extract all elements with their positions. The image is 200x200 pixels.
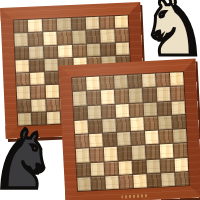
square (45, 72, 59, 85)
square (15, 60, 29, 73)
square (145, 131, 159, 145)
square (133, 160, 147, 174)
square (144, 116, 158, 130)
square (16, 73, 30, 86)
square (130, 117, 144, 131)
square (115, 89, 129, 103)
square (159, 130, 173, 144)
square (72, 31, 86, 44)
square (89, 133, 103, 147)
square (116, 104, 130, 118)
square (158, 116, 172, 130)
square (31, 86, 45, 99)
square (100, 76, 114, 90)
square (172, 115, 186, 129)
square (119, 175, 133, 189)
square (72, 44, 86, 57)
square (43, 32, 57, 45)
square (86, 77, 100, 91)
square (91, 162, 105, 176)
square (17, 99, 31, 112)
square (114, 75, 128, 89)
square (88, 105, 102, 119)
square (147, 173, 161, 187)
square (28, 19, 42, 32)
square (72, 77, 86, 91)
square (102, 119, 116, 133)
square (146, 159, 160, 173)
square (160, 144, 174, 158)
square (46, 98, 60, 111)
square (88, 119, 102, 133)
square (132, 146, 146, 160)
square (44, 58, 58, 71)
square (174, 143, 188, 157)
square (116, 118, 130, 132)
square (142, 74, 156, 88)
square (114, 16, 128, 29)
square (73, 92, 87, 106)
square (14, 20, 28, 33)
square (15, 46, 29, 59)
square (173, 129, 187, 143)
square (170, 72, 184, 86)
square (101, 90, 115, 104)
square (30, 59, 44, 72)
square (118, 146, 132, 160)
square (101, 43, 115, 56)
square (171, 86, 185, 100)
square (74, 106, 88, 120)
square (131, 131, 145, 145)
square (90, 148, 104, 162)
square (175, 172, 189, 186)
square (57, 31, 71, 44)
square (128, 74, 142, 88)
square (105, 175, 119, 189)
square (57, 18, 71, 31)
square (157, 101, 171, 115)
square (87, 43, 101, 56)
square (77, 177, 91, 191)
square (161, 173, 175, 187)
square (32, 99, 46, 112)
board-grid-front (72, 72, 189, 191)
square (119, 160, 133, 174)
square (71, 17, 85, 30)
square (102, 104, 116, 118)
square (130, 103, 144, 117)
square (42, 19, 56, 32)
square (17, 86, 31, 99)
square (156, 73, 170, 87)
square (87, 91, 101, 105)
square (86, 30, 100, 43)
square (76, 148, 90, 162)
square (101, 29, 115, 42)
square (143, 88, 157, 102)
square (117, 132, 131, 146)
square (30, 72, 44, 85)
square (44, 45, 58, 58)
square (115, 42, 129, 55)
square (103, 133, 117, 147)
square (77, 163, 91, 177)
square (171, 101, 185, 115)
square (74, 120, 88, 134)
square (157, 87, 171, 101)
makers-mark-stamp (121, 194, 147, 198)
square (115, 29, 129, 42)
square (91, 176, 105, 190)
square (58, 45, 72, 58)
white-knight-icon: ♞ (140, 0, 196, 68)
square (104, 147, 118, 161)
square (133, 174, 147, 188)
square (29, 46, 43, 59)
square (160, 158, 174, 172)
square (144, 102, 158, 116)
square (75, 134, 89, 148)
square (14, 33, 28, 46)
square (86, 17, 100, 30)
square (45, 85, 59, 98)
square (129, 89, 143, 103)
square (146, 145, 160, 159)
chess-board-front (58, 59, 200, 200)
square (100, 16, 114, 29)
square (174, 158, 188, 172)
chess-boards-product-image: ♞ ♞ (0, 0, 200, 200)
square (29, 33, 43, 46)
square (105, 161, 119, 175)
black-knight-icon: ♞ (0, 119, 56, 200)
